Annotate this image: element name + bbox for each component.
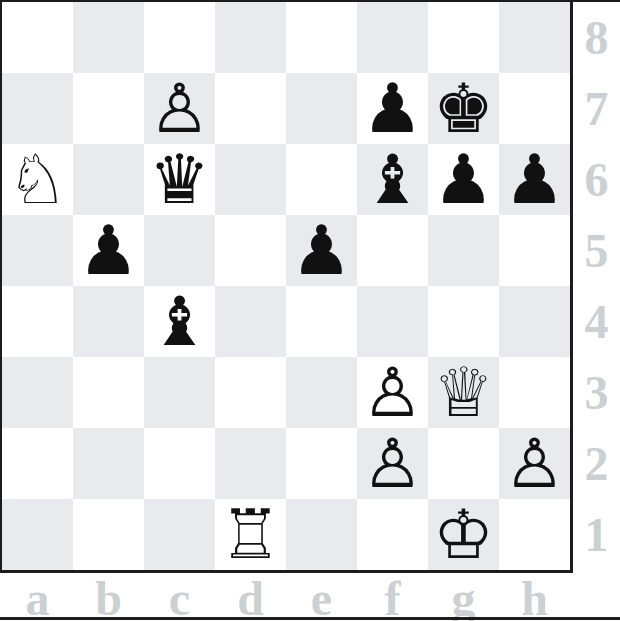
file-label-e: e [286,571,357,621]
file-label-c: c [144,571,215,621]
chess-board: ♙♟♚♘♛♝♟♟♟♟♝♙♕♙♙♖♔ [0,0,573,573]
square-a8[interactable] [2,2,73,73]
square-h3[interactable] [499,357,570,428]
rank-label-4: 4 [573,286,620,357]
square-e5[interactable]: ♟ [286,215,357,286]
square-b1[interactable] [73,499,144,570]
square-b7[interactable] [73,73,144,144]
file-labels: abcdefgh [2,571,570,617]
file-label-b: b [73,571,144,621]
file-label-g: g [428,571,499,621]
square-b8[interactable] [73,2,144,73]
square-c5[interactable] [144,215,215,286]
square-c1[interactable] [144,499,215,570]
piece-white-queen[interactable]: ♕ [433,357,494,428]
square-h1[interactable] [499,499,570,570]
piece-white-pawn[interactable]: ♙ [362,428,423,499]
piece-white-pawn[interactable]: ♙ [149,73,210,144]
square-d8[interactable] [215,2,286,73]
square-h2[interactable]: ♙ [499,428,570,499]
square-a4[interactable] [2,286,73,357]
square-h5[interactable] [499,215,570,286]
file-label-h: h [499,571,570,621]
chess-diagram: ♙♟♚♘♛♝♟♟♟♟♝♙♕♙♙♖♔ 87654321 abcdefgh [0,0,620,621]
square-f7[interactable]: ♟ [357,73,428,144]
square-c3[interactable] [144,357,215,428]
piece-black-bishop[interactable]: ♝ [362,144,423,215]
piece-white-rook[interactable]: ♖ [220,499,281,570]
square-e8[interactable] [286,2,357,73]
piece-black-pawn[interactable]: ♟ [362,73,423,144]
square-e3[interactable] [286,357,357,428]
square-f6[interactable]: ♝ [357,144,428,215]
square-g8[interactable] [428,2,499,73]
square-g3[interactable]: ♕ [428,357,499,428]
square-f1[interactable] [357,499,428,570]
square-d6[interactable] [215,144,286,215]
file-label-a: a [2,571,73,621]
rank-label-5: 5 [573,215,620,286]
piece-black-king[interactable]: ♚ [433,73,494,144]
piece-black-pawn[interactable]: ♟ [504,144,565,215]
square-b6[interactable] [73,144,144,215]
square-d1[interactable]: ♖ [215,499,286,570]
square-e7[interactable] [286,73,357,144]
square-a6[interactable]: ♘ [2,144,73,215]
rank-label-1: 1 [573,499,620,570]
square-f4[interactable] [357,286,428,357]
square-g5[interactable] [428,215,499,286]
square-a5[interactable] [2,215,73,286]
piece-white-king[interactable]: ♔ [433,499,494,570]
piece-white-pawn[interactable]: ♙ [504,428,565,499]
square-e4[interactable] [286,286,357,357]
square-d3[interactable] [215,357,286,428]
rank-label-7: 7 [573,73,620,144]
square-c2[interactable] [144,428,215,499]
rank-label-2: 2 [573,428,620,499]
square-c6[interactable]: ♛ [144,144,215,215]
square-b4[interactable] [73,286,144,357]
square-h6[interactable]: ♟ [499,144,570,215]
piece-black-pawn[interactable]: ♟ [78,215,139,286]
piece-white-knight[interactable]: ♘ [7,144,68,215]
square-b3[interactable] [73,357,144,428]
square-c8[interactable] [144,2,215,73]
piece-black-pawn[interactable]: ♟ [433,144,494,215]
file-label-d: d [215,571,286,621]
square-f3[interactable]: ♙ [357,357,428,428]
square-e1[interactable] [286,499,357,570]
rank-label-8: 8 [573,2,620,73]
square-h8[interactable] [499,2,570,73]
piece-black-pawn[interactable]: ♟ [291,215,352,286]
square-e2[interactable] [286,428,357,499]
rank-label-6: 6 [573,144,620,215]
square-b5[interactable]: ♟ [73,215,144,286]
square-d4[interactable] [215,286,286,357]
square-g1[interactable]: ♔ [428,499,499,570]
square-g4[interactable] [428,286,499,357]
square-f8[interactable] [357,2,428,73]
piece-black-bishop[interactable]: ♝ [149,286,210,357]
bottom-border-line [0,617,620,620]
square-f2[interactable]: ♙ [357,428,428,499]
square-c4[interactable]: ♝ [144,286,215,357]
piece-white-pawn[interactable]: ♙ [362,357,423,428]
piece-black-queen[interactable]: ♛ [149,144,210,215]
square-b2[interactable] [73,428,144,499]
square-h4[interactable] [499,286,570,357]
square-d2[interactable] [215,428,286,499]
square-d5[interactable] [215,215,286,286]
rank-labels: 87654321 [573,2,620,570]
rank-label-3: 3 [573,357,620,428]
square-a7[interactable] [2,73,73,144]
square-a1[interactable] [2,499,73,570]
square-g6[interactable]: ♟ [428,144,499,215]
square-c7[interactable]: ♙ [144,73,215,144]
square-h7[interactable] [499,73,570,144]
square-g7[interactable]: ♚ [428,73,499,144]
square-d7[interactable] [215,73,286,144]
square-e6[interactable] [286,144,357,215]
square-g2[interactable] [428,428,499,499]
square-a2[interactable] [2,428,73,499]
square-a3[interactable] [2,357,73,428]
file-label-f: f [357,571,428,621]
square-f5[interactable] [357,215,428,286]
